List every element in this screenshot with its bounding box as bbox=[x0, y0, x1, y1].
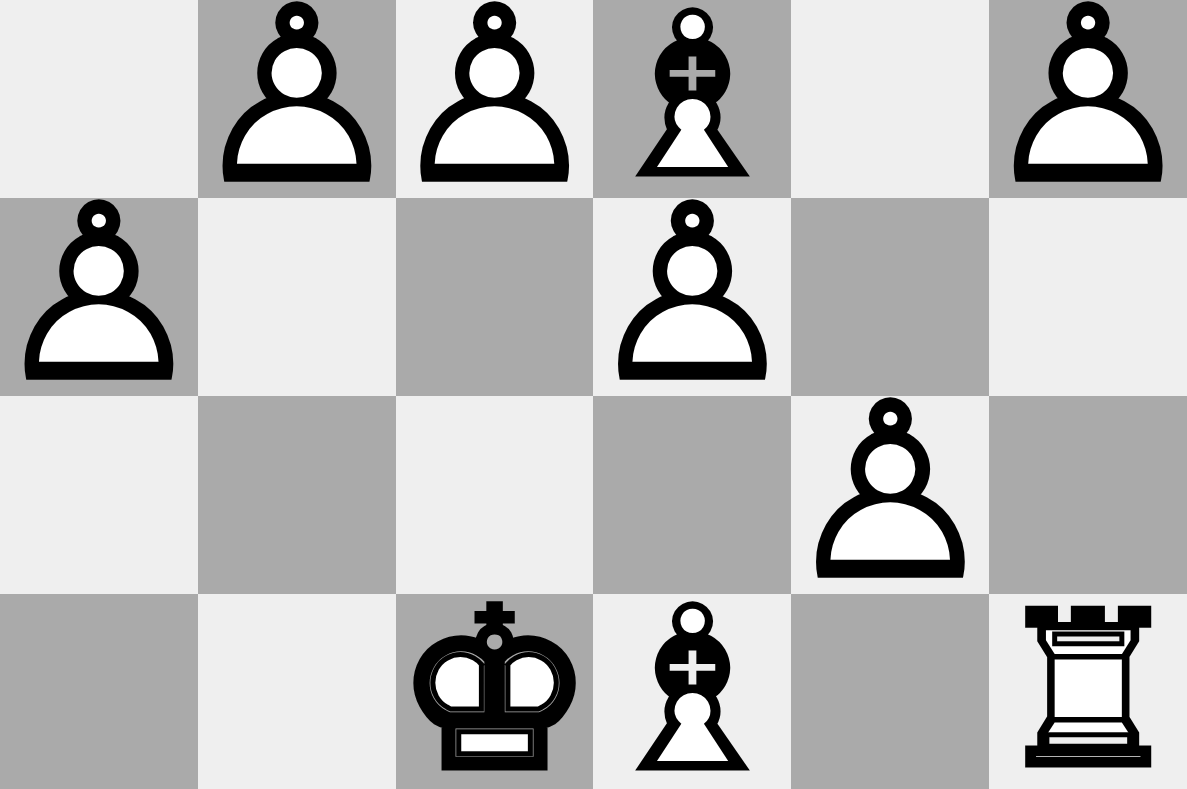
white-rook-outline-glyph: ♖ bbox=[989, 591, 1187, 789]
square-g2[interactable]: ♟♙ bbox=[791, 396, 989, 594]
square-g1[interactable] bbox=[791, 594, 989, 789]
square-g4[interactable] bbox=[791, 0, 989, 198]
white-pawn-outline-glyph: ♙ bbox=[989, 0, 1187, 195]
white-pawn[interactable]: ♟♙ bbox=[989, 0, 1187, 198]
white-pawn[interactable]: ♟♙ bbox=[791, 396, 989, 594]
white-pawn[interactable]: ♟♙ bbox=[198, 0, 396, 198]
white-pawn[interactable]: ♟♙ bbox=[593, 198, 791, 396]
square-d3[interactable] bbox=[198, 198, 396, 396]
chess-diagram-crop: ♟♙♟♙♝♗♟♙♟♙♟♙♟♙♚♔♝♗♜♖ bbox=[0, 0, 1187, 789]
white-pawn-outline-glyph: ♙ bbox=[396, 0, 594, 195]
square-e1[interactable]: ♚♔ bbox=[396, 594, 594, 789]
white-bishop-outline-glyph: ♗ bbox=[593, 591, 791, 789]
white-pawn-outline-glyph: ♙ bbox=[791, 393, 989, 591]
white-pawn[interactable]: ♟♙ bbox=[396, 0, 594, 198]
square-f3[interactable]: ♟♙ bbox=[593, 198, 791, 396]
white-pawn[interactable]: ♟♙ bbox=[0, 198, 198, 396]
square-h3[interactable] bbox=[989, 198, 1187, 396]
square-c3[interactable]: ♟♙ bbox=[0, 198, 198, 396]
square-d4[interactable]: ♟♙ bbox=[198, 0, 396, 198]
white-king-outline-glyph: ♔ bbox=[396, 591, 594, 789]
square-h1[interactable]: ♜♖ bbox=[989, 594, 1187, 789]
white-pawn-outline-glyph: ♙ bbox=[593, 195, 791, 393]
white-rook[interactable]: ♜♖ bbox=[989, 594, 1187, 789]
square-e3[interactable] bbox=[396, 198, 594, 396]
white-pawn-outline-glyph: ♙ bbox=[198, 0, 396, 195]
white-bishop[interactable]: ♝♗ bbox=[593, 594, 791, 789]
square-c1[interactable] bbox=[0, 594, 198, 789]
white-king[interactable]: ♚♔ bbox=[396, 594, 594, 789]
square-e4[interactable]: ♟♙ bbox=[396, 0, 594, 198]
square-d1[interactable] bbox=[198, 594, 396, 789]
chess-board: ♟♙♟♙♝♗♟♙♟♙♟♙♟♙♚♔♝♗♜♖ bbox=[0, 0, 1187, 789]
square-f1[interactable]: ♝♗ bbox=[593, 594, 791, 789]
square-d2[interactable] bbox=[198, 396, 396, 594]
square-c2[interactable] bbox=[0, 396, 198, 594]
white-pawn-outline-glyph: ♙ bbox=[0, 195, 198, 393]
square-h4[interactable]: ♟♙ bbox=[989, 0, 1187, 198]
